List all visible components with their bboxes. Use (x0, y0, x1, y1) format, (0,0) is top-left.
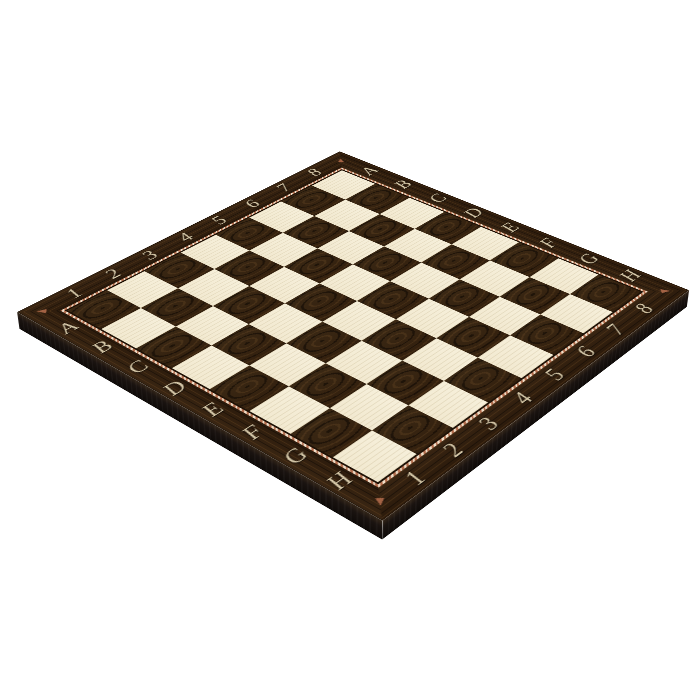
square-e2 (249, 343, 326, 386)
square-g6 (468, 296, 540, 335)
square-h2 (372, 405, 453, 454)
square-e4 (323, 301, 396, 341)
chess-board: AABBCCDDEEFFGGHH1122334455667788 (17, 151, 689, 520)
square-d3 (249, 303, 322, 343)
rope-end-ornament (36, 309, 47, 314)
square-g3 (367, 360, 445, 405)
rope-end-ornament (660, 289, 672, 293)
square-c2 (175, 306, 249, 346)
square-f3 (326, 341, 402, 384)
square-b1 (101, 308, 175, 348)
rope-end-ornament (337, 158, 344, 162)
frame-edge-rank1 (17, 298, 409, 520)
board-grid (68, 170, 641, 482)
square-d1 (172, 346, 249, 390)
frame-edge-hfile (351, 279, 689, 521)
square-e3 (287, 322, 362, 363)
square-g5 (436, 317, 510, 358)
square-f1 (249, 386, 329, 433)
board-top-face: AABBCCDDEEFFGGHH1122334455667788 (17, 151, 689, 520)
rope-end-ornament (375, 498, 386, 506)
square-e1 (210, 366, 289, 411)
square-f4 (362, 319, 436, 360)
square-g4 (402, 338, 478, 381)
square-g1 (290, 408, 372, 457)
square-c1 (136, 326, 212, 368)
square-h4 (444, 358, 521, 403)
square-d2 (211, 324, 286, 366)
square-h5 (478, 336, 553, 379)
square-f5 (396, 299, 469, 338)
square-f2 (288, 363, 366, 408)
board-scene: AABBCCDDEEFFGGHH1122334455667788 (119, 63, 595, 539)
square-h3 (409, 381, 488, 428)
square-h1 (333, 431, 416, 483)
square-h6 (510, 314, 584, 355)
square-g2 (329, 384, 409, 431)
